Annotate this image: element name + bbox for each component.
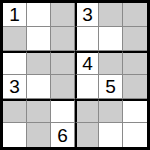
sudoku-cell-empty-r5c6[interactable] [123, 99, 147, 123]
sudoku-cell-empty-r6c2[interactable] [27, 123, 51, 147]
sudoku-cell-empty-r6c6[interactable] [123, 123, 147, 147]
sudoku-cell-empty-r2c3[interactable] [51, 27, 75, 51]
sudoku-cell-empty-r4c4[interactable] [75, 75, 99, 99]
sudoku-cell-empty-r6c1[interactable] [3, 123, 27, 147]
sudoku-cell-empty-r5c3[interactable] [51, 99, 75, 123]
sudoku-cell-empty-r6c4[interactable] [75, 123, 99, 147]
sudoku-cell-empty-r1c6[interactable] [123, 3, 147, 27]
sudoku-cell-empty-r4c3[interactable] [51, 75, 75, 99]
sudoku-cell-empty-r3c6[interactable] [123, 51, 147, 75]
sudoku-board: 134356 [0, 0, 150, 150]
sudoku-cell-empty-r1c3[interactable] [51, 3, 75, 27]
sudoku-cell-empty-r5c2[interactable] [27, 99, 51, 123]
sudoku-cell-empty-r4c2[interactable] [27, 75, 51, 99]
sudoku-cell-empty-r5c4[interactable] [75, 99, 99, 123]
sudoku-cell-empty-r2c2[interactable] [27, 27, 51, 51]
sudoku-cell-given-r3c4: 4 [75, 51, 99, 75]
sudoku-cell-given-r4c1: 3 [3, 75, 27, 99]
sudoku-cell-empty-r5c5[interactable] [99, 99, 123, 123]
sudoku-cell-empty-r5c1[interactable] [3, 99, 27, 123]
sudoku-cell-empty-r4c6[interactable] [123, 75, 147, 99]
sudoku-cell-empty-r3c1[interactable] [3, 51, 27, 75]
sudoku-cell-given-r1c1: 1 [3, 3, 27, 27]
sudoku-cell-given-r6c3: 6 [51, 123, 75, 147]
sudoku-cell-given-r1c4: 3 [75, 3, 99, 27]
sudoku-cell-empty-r3c5[interactable] [99, 51, 123, 75]
sudoku-cell-empty-r6c5[interactable] [99, 123, 123, 147]
sudoku-cell-empty-r1c2[interactable] [27, 3, 51, 27]
sudoku-cell-empty-r2c6[interactable] [123, 27, 147, 51]
sudoku-cell-given-r4c5: 5 [99, 75, 123, 99]
sudoku-cell-empty-r3c2[interactable] [27, 51, 51, 75]
sudoku-cell-empty-r2c5[interactable] [99, 27, 123, 51]
sudoku-cell-empty-r1c5[interactable] [99, 3, 123, 27]
sudoku-cell-empty-r2c4[interactable] [75, 27, 99, 51]
sudoku-cell-empty-r2c1[interactable] [3, 27, 27, 51]
sudoku-cell-empty-r3c3[interactable] [51, 51, 75, 75]
